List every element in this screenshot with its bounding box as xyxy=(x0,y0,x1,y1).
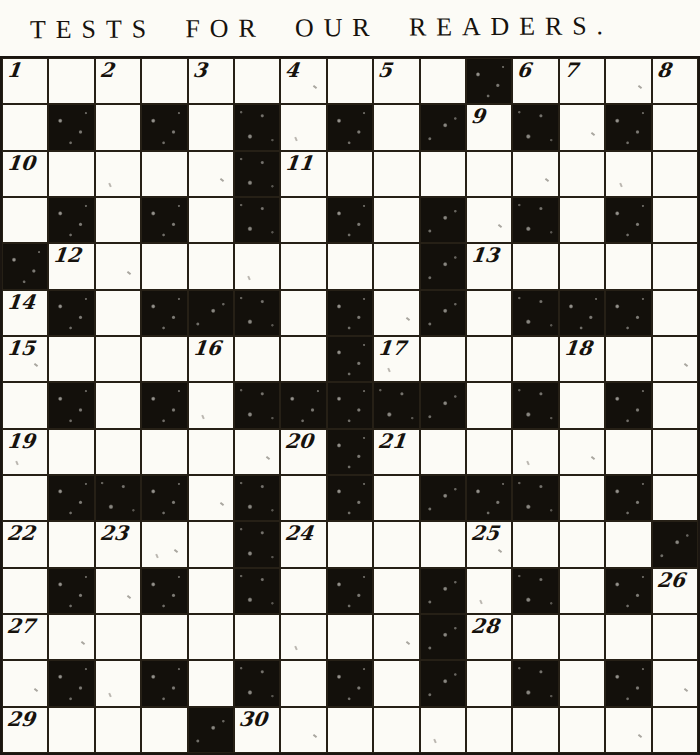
white-cell[interactable] xyxy=(373,243,419,289)
white-cell[interactable] xyxy=(559,104,605,150)
white-cell[interactable] xyxy=(652,151,698,197)
white-cell[interactable] xyxy=(420,521,466,567)
clue-number: 18 xyxy=(563,338,593,359)
white-cell[interactable] xyxy=(466,382,512,428)
white-cell[interactable] xyxy=(652,475,698,521)
white-cell[interactable] xyxy=(234,336,280,382)
clue-number: 2 xyxy=(99,60,115,81)
white-cell[interactable] xyxy=(141,521,187,567)
white-cell[interactable] xyxy=(188,614,234,660)
black-cell xyxy=(420,243,466,289)
white-cell[interactable]: 16 xyxy=(188,336,234,382)
white-cell[interactable] xyxy=(466,429,512,475)
white-cell[interactable] xyxy=(327,521,373,567)
white-cell[interactable] xyxy=(234,243,280,289)
white-cell[interactable]: 19 xyxy=(2,429,48,475)
black-cell xyxy=(48,197,94,243)
white-cell[interactable] xyxy=(605,521,651,567)
white-cell[interactable] xyxy=(373,290,419,336)
black-cell xyxy=(141,197,187,243)
white-cell[interactable]: 7 xyxy=(559,58,605,104)
black-cell xyxy=(48,104,94,150)
white-cell[interactable] xyxy=(280,290,326,336)
black-cell xyxy=(95,475,141,521)
clue-number: 7 xyxy=(563,60,579,81)
white-cell[interactable] xyxy=(327,707,373,753)
black-cell xyxy=(327,568,373,614)
white-cell[interactable] xyxy=(48,336,94,382)
clue-number: 6 xyxy=(516,60,532,81)
white-cell[interactable]: 6 xyxy=(512,58,558,104)
white-cell[interactable] xyxy=(141,243,187,289)
black-cell xyxy=(652,521,698,567)
white-cell[interactable]: 25 xyxy=(466,521,512,567)
white-cell[interactable] xyxy=(280,568,326,614)
white-cell[interactable] xyxy=(652,707,698,753)
white-cell[interactable] xyxy=(559,243,605,289)
black-cell xyxy=(420,104,466,150)
white-cell[interactable] xyxy=(466,336,512,382)
white-cell[interactable] xyxy=(420,336,466,382)
black-cell xyxy=(512,290,558,336)
white-cell[interactable] xyxy=(2,382,48,428)
black-cell xyxy=(327,104,373,150)
clue-number: 5 xyxy=(377,60,393,81)
white-cell[interactable] xyxy=(559,660,605,706)
white-cell[interactable] xyxy=(48,521,94,567)
black-cell xyxy=(327,429,373,475)
white-cell[interactable]: 22 xyxy=(2,521,48,567)
white-cell[interactable] xyxy=(327,151,373,197)
white-cell[interactable] xyxy=(95,336,141,382)
white-cell[interactable]: 26 xyxy=(652,568,698,614)
black-cell xyxy=(605,290,651,336)
white-cell[interactable] xyxy=(2,660,48,706)
white-cell[interactable] xyxy=(512,707,558,753)
white-cell[interactable] xyxy=(327,243,373,289)
black-cell xyxy=(188,290,234,336)
black-cell xyxy=(605,197,651,243)
white-cell[interactable] xyxy=(652,382,698,428)
clue-number: 26 xyxy=(655,570,685,591)
clue-number: 15 xyxy=(6,338,36,359)
white-cell[interactable] xyxy=(2,475,48,521)
black-cell xyxy=(48,382,94,428)
white-cell[interactable] xyxy=(280,707,326,753)
clue-number: 13 xyxy=(470,245,500,266)
white-cell[interactable] xyxy=(466,151,512,197)
clue-number: 1 xyxy=(6,60,22,81)
white-cell[interactable] xyxy=(512,614,558,660)
white-cell[interactable] xyxy=(605,151,651,197)
white-cell[interactable] xyxy=(280,660,326,706)
black-cell xyxy=(512,197,558,243)
white-cell[interactable]: 24 xyxy=(280,521,326,567)
black-cell xyxy=(280,382,326,428)
white-cell[interactable] xyxy=(48,614,94,660)
white-cell[interactable] xyxy=(48,707,94,753)
white-cell[interactable] xyxy=(652,660,698,706)
white-cell[interactable] xyxy=(327,614,373,660)
white-cell[interactable] xyxy=(48,58,94,104)
white-cell[interactable] xyxy=(466,660,512,706)
white-cell[interactable]: 15 xyxy=(2,336,48,382)
white-cell[interactable] xyxy=(420,58,466,104)
black-cell xyxy=(48,290,94,336)
white-cell[interactable] xyxy=(373,197,419,243)
black-cell xyxy=(234,475,280,521)
white-cell[interactable]: 11 xyxy=(280,151,326,197)
white-cell[interactable] xyxy=(373,568,419,614)
white-cell[interactable]: 4 xyxy=(280,58,326,104)
black-cell xyxy=(559,290,605,336)
clue-number: 11 xyxy=(284,153,314,174)
clue-number: 8 xyxy=(655,60,671,81)
white-cell[interactable] xyxy=(559,197,605,243)
white-cell[interactable] xyxy=(512,151,558,197)
black-cell xyxy=(48,475,94,521)
white-cell[interactable] xyxy=(2,197,48,243)
white-cell[interactable] xyxy=(141,336,187,382)
white-cell[interactable] xyxy=(48,429,94,475)
white-cell[interactable] xyxy=(188,475,234,521)
white-cell[interactable] xyxy=(466,568,512,614)
white-cell[interactable] xyxy=(605,243,651,289)
white-cell[interactable] xyxy=(512,521,558,567)
white-cell[interactable] xyxy=(188,429,234,475)
white-cell[interactable] xyxy=(234,614,280,660)
white-cell[interactable]: 12 xyxy=(48,243,94,289)
black-cell xyxy=(234,104,280,150)
white-cell[interactable] xyxy=(2,568,48,614)
black-cell xyxy=(327,382,373,428)
white-cell[interactable] xyxy=(95,382,141,428)
white-cell[interactable] xyxy=(420,151,466,197)
clue-number: 12 xyxy=(52,245,82,266)
black-cell xyxy=(327,660,373,706)
clue-number: 10 xyxy=(6,153,36,174)
white-cell[interactable]: 5 xyxy=(373,58,419,104)
white-cell[interactable] xyxy=(652,104,698,150)
black-cell xyxy=(420,197,466,243)
black-cell xyxy=(188,707,234,753)
white-cell[interactable] xyxy=(188,568,234,614)
white-cell[interactable]: 18 xyxy=(559,336,605,382)
black-cell xyxy=(512,568,558,614)
white-cell[interactable]: 28 xyxy=(466,614,512,660)
white-cell[interactable] xyxy=(559,382,605,428)
white-cell[interactable] xyxy=(280,614,326,660)
white-cell[interactable] xyxy=(652,336,698,382)
white-cell[interactable] xyxy=(188,521,234,567)
black-cell xyxy=(141,475,187,521)
white-cell[interactable] xyxy=(141,58,187,104)
white-cell[interactable] xyxy=(373,614,419,660)
white-cell[interactable] xyxy=(280,243,326,289)
clue-number: 27 xyxy=(6,616,36,637)
black-cell xyxy=(420,660,466,706)
black-cell xyxy=(327,290,373,336)
white-cell[interactable]: 2 xyxy=(95,58,141,104)
clue-number: 25 xyxy=(470,523,500,544)
black-cell xyxy=(605,660,651,706)
white-cell[interactable]: 8 xyxy=(652,58,698,104)
white-cell[interactable]: 17 xyxy=(373,336,419,382)
black-cell xyxy=(605,568,651,614)
black-cell xyxy=(512,660,558,706)
white-cell[interactable] xyxy=(559,429,605,475)
white-cell[interactable] xyxy=(466,707,512,753)
white-cell[interactable] xyxy=(188,104,234,150)
black-cell xyxy=(512,104,558,150)
white-cell[interactable] xyxy=(512,429,558,475)
clue-number: 14 xyxy=(6,292,36,313)
white-cell[interactable] xyxy=(95,614,141,660)
white-cell[interactable] xyxy=(2,104,48,150)
white-cell[interactable] xyxy=(373,151,419,197)
white-cell[interactable] xyxy=(373,104,419,150)
white-cell[interactable] xyxy=(559,475,605,521)
black-cell xyxy=(141,290,187,336)
clue-number: 17 xyxy=(377,338,407,359)
white-cell[interactable]: 29 xyxy=(2,707,48,753)
white-cell[interactable] xyxy=(605,429,651,475)
white-cell[interactable] xyxy=(95,660,141,706)
white-cell[interactable] xyxy=(652,290,698,336)
clue-number: 4 xyxy=(284,60,300,81)
black-cell xyxy=(234,660,280,706)
black-cell xyxy=(605,104,651,150)
white-cell[interactable] xyxy=(605,336,651,382)
white-cell[interactable]: 30 xyxy=(234,707,280,753)
clue-number: 21 xyxy=(377,431,407,452)
white-cell[interactable] xyxy=(373,707,419,753)
black-cell xyxy=(234,521,280,567)
white-cell[interactable]: 20 xyxy=(280,429,326,475)
clue-number: 22 xyxy=(6,523,36,544)
white-cell[interactable]: 9 xyxy=(466,104,512,150)
clue-number: 3 xyxy=(191,60,207,81)
white-cell[interactable]: 13 xyxy=(466,243,512,289)
black-cell xyxy=(141,660,187,706)
black-cell xyxy=(327,336,373,382)
clue-number: 9 xyxy=(470,106,486,127)
white-cell[interactable] xyxy=(512,243,558,289)
black-cell xyxy=(234,568,280,614)
white-cell[interactable] xyxy=(559,614,605,660)
clue-number: 19 xyxy=(6,431,36,452)
puzzle-title: TESTS FOR OUR READERS. xyxy=(0,0,700,58)
white-cell[interactable]: 10 xyxy=(2,151,48,197)
white-cell[interactable] xyxy=(605,707,651,753)
white-cell[interactable] xyxy=(280,104,326,150)
white-cell[interactable] xyxy=(605,58,651,104)
white-cell[interactable] xyxy=(652,429,698,475)
black-cell xyxy=(2,243,48,289)
black-cell xyxy=(605,382,651,428)
clue-number: 30 xyxy=(238,709,268,730)
black-cell xyxy=(234,197,280,243)
white-cell[interactable] xyxy=(559,568,605,614)
clue-number: 28 xyxy=(470,616,500,637)
black-cell xyxy=(420,568,466,614)
white-cell[interactable]: 27 xyxy=(2,614,48,660)
white-cell[interactable] xyxy=(652,197,698,243)
black-cell xyxy=(48,568,94,614)
black-cell xyxy=(512,382,558,428)
white-cell[interactable] xyxy=(188,243,234,289)
white-cell[interactable] xyxy=(466,290,512,336)
black-cell xyxy=(466,475,512,521)
white-cell[interactable] xyxy=(95,290,141,336)
black-cell xyxy=(327,475,373,521)
clue-number: 29 xyxy=(6,709,36,730)
crossword-grid: 1234567891011121314151617181920212223242… xyxy=(0,56,700,755)
white-cell[interactable] xyxy=(141,614,187,660)
white-cell[interactable] xyxy=(652,243,698,289)
white-cell[interactable]: 3 xyxy=(188,58,234,104)
white-cell[interactable] xyxy=(373,660,419,706)
black-cell xyxy=(420,475,466,521)
white-cell[interactable] xyxy=(234,429,280,475)
white-cell[interactable] xyxy=(95,429,141,475)
white-cell[interactable] xyxy=(605,614,651,660)
white-cell[interactable]: 1 xyxy=(2,58,48,104)
white-cell[interactable] xyxy=(373,475,419,521)
white-cell[interactable] xyxy=(141,429,187,475)
white-cell[interactable] xyxy=(141,151,187,197)
clue-number: 23 xyxy=(99,523,129,544)
white-cell[interactable] xyxy=(466,197,512,243)
black-cell xyxy=(420,290,466,336)
crossword-page: TESTS FOR OUR READERS. 12345678910111213… xyxy=(0,0,700,755)
white-cell[interactable] xyxy=(512,336,558,382)
black-cell xyxy=(512,475,558,521)
white-cell[interactable] xyxy=(234,58,280,104)
white-cell[interactable]: 14 xyxy=(2,290,48,336)
white-cell[interactable] xyxy=(280,336,326,382)
white-cell[interactable]: 23 xyxy=(95,521,141,567)
white-cell[interactable] xyxy=(420,429,466,475)
white-cell[interactable] xyxy=(188,382,234,428)
white-cell[interactable] xyxy=(95,151,141,197)
white-cell[interactable] xyxy=(373,521,419,567)
white-cell[interactable] xyxy=(95,197,141,243)
clue-number: 20 xyxy=(284,431,314,452)
white-cell[interactable] xyxy=(188,660,234,706)
white-cell[interactable] xyxy=(420,707,466,753)
black-cell xyxy=(234,290,280,336)
white-cell[interactable] xyxy=(95,568,141,614)
black-cell xyxy=(420,382,466,428)
black-cell xyxy=(234,151,280,197)
clue-number: 16 xyxy=(191,338,221,359)
black-cell xyxy=(48,660,94,706)
white-cell[interactable] xyxy=(95,243,141,289)
black-cell xyxy=(466,58,512,104)
black-cell xyxy=(420,614,466,660)
white-cell[interactable] xyxy=(188,197,234,243)
black-cell xyxy=(373,382,419,428)
white-cell[interactable] xyxy=(559,521,605,567)
white-cell[interactable] xyxy=(141,707,187,753)
white-cell[interactable] xyxy=(188,151,234,197)
white-cell[interactable] xyxy=(280,197,326,243)
white-cell[interactable] xyxy=(559,707,605,753)
black-cell xyxy=(141,568,187,614)
black-cell xyxy=(141,104,187,150)
black-cell xyxy=(141,382,187,428)
black-cell xyxy=(327,197,373,243)
white-cell[interactable] xyxy=(95,707,141,753)
white-cell[interactable] xyxy=(327,58,373,104)
clue-number: 24 xyxy=(284,523,314,544)
black-cell xyxy=(234,382,280,428)
white-cell[interactable] xyxy=(652,614,698,660)
white-cell[interactable] xyxy=(48,151,94,197)
white-cell[interactable]: 21 xyxy=(373,429,419,475)
white-cell[interactable] xyxy=(95,104,141,150)
white-cell[interactable] xyxy=(559,151,605,197)
white-cell[interactable] xyxy=(280,475,326,521)
black-cell xyxy=(605,475,651,521)
